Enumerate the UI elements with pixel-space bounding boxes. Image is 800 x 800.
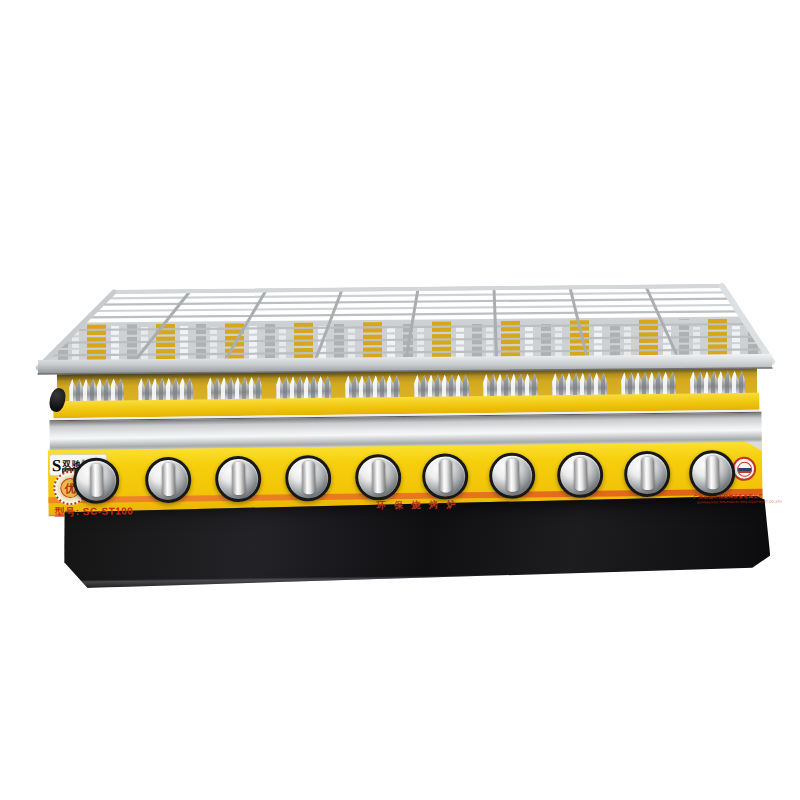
flame-tamer-cover (69, 375, 124, 402)
product-photo: S 双驰® SHUANGCHI 优 型号: SC-ST100 环 保 烧 烤 炉… (0, 0, 800, 800)
grill-grate (28, 278, 776, 378)
manufacturer-line2: GUANGZHOU SHUANGCHI BBQ EQUIPMENT CO.,LT… (697, 500, 755, 505)
knob-handle (371, 460, 384, 493)
knob-handle (573, 458, 586, 491)
model-number-label: 型号: SC-ST100 (55, 504, 134, 519)
brand-initial: S (52, 457, 62, 474)
knob-handle (505, 459, 518, 492)
knob-handle (705, 456, 718, 489)
knob-handle (301, 461, 314, 494)
manufacturer-text: 广州双驰环保烧烤设备有限公司 GUANGZHOU SHUANGCHI BBQ E… (693, 495, 757, 505)
knob-handle (90, 464, 103, 497)
certification-seal-icon (732, 457, 756, 481)
eco-slogan-label: 环 保 烧 烤 炉 (376, 498, 466, 512)
knob-handle (438, 459, 451, 492)
certification-seal-emblem (737, 461, 752, 476)
flame-tamer-cover (138, 375, 193, 402)
knob-handle (162, 463, 175, 496)
knob-handle (640, 457, 653, 490)
knob-handle (231, 462, 244, 495)
grill-body: S 双驰® SHUANGCHI 优 型号: SC-ST100 环 保 烧 烤 炉… (47, 366, 766, 603)
